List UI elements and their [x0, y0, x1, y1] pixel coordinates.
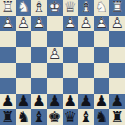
white-pawn-icon: ♙: [94, 16, 110, 32]
white-pawn-icon: ♙: [47, 47, 63, 63]
square-g5[interactable]: [16, 63, 32, 79]
square-g3[interactable]: [16, 31, 32, 47]
piece-black-queen-d8[interactable]: ♛: [63, 109, 79, 125]
square-h2[interactable]: ♟♙: [0, 16, 16, 32]
square-d3[interactable]: [63, 31, 79, 47]
square-h8[interactable]: ♜: [0, 109, 16, 125]
piece-white-pawn-g2[interactable]: ♟♙: [16, 16, 32, 32]
square-g2[interactable]: ♟♙: [16, 16, 32, 32]
square-c8[interactable]: ♝: [78, 109, 94, 125]
black-bishop-icon: ♝: [78, 109, 94, 125]
white-pawn-icon: ♙: [63, 16, 79, 32]
square-a8[interactable]: ♜: [109, 109, 125, 125]
piece-black-bishop-f8[interactable]: ♝: [31, 109, 47, 125]
square-c5[interactable]: [78, 63, 94, 79]
white-pawn-icon: ♙: [109, 16, 125, 32]
square-e8[interactable]: ♚: [47, 109, 63, 125]
black-queen-icon: ♛: [63, 109, 79, 125]
piece-white-pawn-b2[interactable]: ♟♙: [94, 16, 110, 32]
piece-white-pawn-d2[interactable]: ♟♙: [63, 16, 79, 32]
square-c4[interactable]: [78, 47, 94, 63]
white-pawn-icon: ♙: [78, 16, 94, 32]
piece-black-rook-a8[interactable]: ♜: [109, 109, 125, 125]
piece-black-bishop-c8[interactable]: ♝: [78, 109, 94, 125]
square-d2[interactable]: ♟♙: [63, 16, 79, 32]
square-b4[interactable]: [94, 47, 110, 63]
white-pawn-icon: ♙: [0, 16, 16, 32]
square-b8[interactable]: ♞: [94, 109, 110, 125]
square-c3[interactable]: [78, 31, 94, 47]
piece-black-knight-b8[interactable]: ♞: [94, 109, 110, 125]
black-rook-icon: ♜: [109, 109, 125, 125]
square-a5[interactable]: [109, 63, 125, 79]
black-bishop-icon: ♝: [31, 109, 47, 125]
square-e5[interactable]: [47, 63, 63, 79]
black-king-icon: ♚: [47, 109, 63, 125]
square-e4[interactable]: ♟♙: [47, 47, 63, 63]
piece-white-pawn-e4[interactable]: ♟♙: [47, 47, 63, 63]
piece-white-king-e1[interactable]: ♚♔: [47, 0, 63, 16]
square-f8[interactable]: ♝: [31, 109, 47, 125]
white-king-icon: ♔: [47, 0, 63, 16]
chess-board: ♜♖♞♘♝♗♚♔♛♕♝♗♞♘♜♖♟♙♟♙♟♙♟♙♟♙♟♙♟♙♟♙♟♟♟♟♟♟♟♟…: [0, 0, 125, 125]
square-d4[interactable]: [63, 47, 79, 63]
square-f5[interactable]: [31, 63, 47, 79]
piece-white-pawn-a2[interactable]: ♟♙: [109, 16, 125, 32]
piece-black-knight-g8[interactable]: ♞: [16, 109, 32, 125]
black-knight-icon: ♞: [94, 109, 110, 125]
black-knight-icon: ♞: [16, 109, 32, 125]
square-b3[interactable]: [94, 31, 110, 47]
piece-white-pawn-c2[interactable]: ♟♙: [78, 16, 94, 32]
square-g8[interactable]: ♞: [16, 109, 32, 125]
square-b2[interactable]: ♟♙: [94, 16, 110, 32]
square-a3[interactable]: [109, 31, 125, 47]
square-a2[interactable]: ♟♙: [109, 16, 125, 32]
square-d5[interactable]: [63, 63, 79, 79]
square-f3[interactable]: [31, 31, 47, 47]
square-e2[interactable]: [47, 16, 63, 32]
square-g4[interactable]: [16, 47, 32, 63]
square-d8[interactable]: ♛: [63, 109, 79, 125]
black-rook-icon: ♜: [0, 109, 16, 125]
square-c2[interactable]: ♟♙: [78, 16, 94, 32]
white-pawn-icon: ♙: [31, 16, 47, 32]
square-h4[interactable]: [0, 47, 16, 63]
piece-black-rook-h8[interactable]: ♜: [0, 109, 16, 125]
square-e1[interactable]: ♚♔: [47, 0, 63, 16]
white-pawn-icon: ♙: [16, 16, 32, 32]
square-f2[interactable]: ♟♙: [31, 16, 47, 32]
square-f4[interactable]: [31, 47, 47, 63]
piece-white-pawn-h2[interactable]: ♟♙: [0, 16, 16, 32]
square-h3[interactable]: [0, 31, 16, 47]
square-h5[interactable]: [0, 63, 16, 79]
square-b5[interactable]: [94, 63, 110, 79]
piece-black-king-e8[interactable]: ♚: [47, 109, 63, 125]
piece-white-pawn-f2[interactable]: ♟♙: [31, 16, 47, 32]
square-a4[interactable]: [109, 47, 125, 63]
